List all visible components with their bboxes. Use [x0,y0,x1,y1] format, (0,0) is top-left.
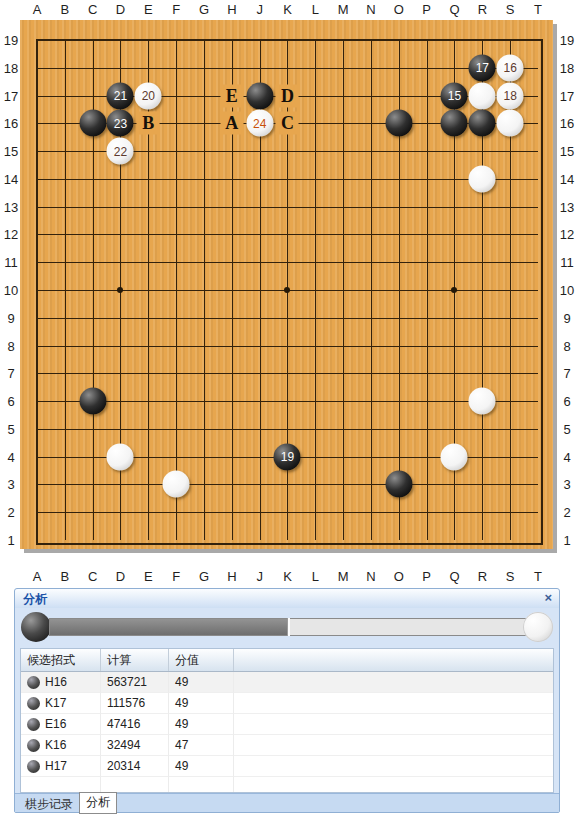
blank-cell [234,756,553,777]
header-score[interactable]: 分值 [169,649,234,671]
column-label-top-B: B [60,2,69,17]
row-label-right-18: 18 [560,60,574,75]
stone-D17: 21 [107,82,134,109]
grid-line-vertical [427,40,428,540]
row-label-left-5: 5 [7,421,14,436]
calculation-value: 32494 [101,735,169,756]
column-label-bottom-F: F [172,569,180,584]
row-label-right-1: 1 [563,533,570,548]
black-stone-icon [27,676,40,689]
column-label-bottom-H: H [227,569,236,584]
row-label-left-13: 13 [4,199,18,214]
black-stone-icon [27,760,40,773]
row-label-right-19: 19 [560,33,574,48]
evaluation-slider-thumb[interactable] [287,618,290,636]
row-label-left-4: 4 [7,449,14,464]
candidate-move-label: E16 [45,714,66,735]
table-header-row: 候选招式 计算 分值 [21,649,553,672]
row-label-left-6: 6 [7,394,14,409]
column-label-bottom-A: A [33,569,42,584]
header-calculation[interactable]: 计算 [101,649,169,671]
column-label-top-T: T [534,2,542,17]
stone-number-21: 21 [114,90,127,102]
analysis-panel: 分析 × 候选招式 计算 分值 H1656372149K1711157649E1… [14,588,560,813]
candidate-row-H17[interactable]: H172031449 [21,756,553,777]
black-stone-icon [27,718,40,731]
stone-C16 [79,110,106,137]
column-label-top-N: N [366,2,375,17]
black-stone-icon [27,739,40,752]
stone-R6 [469,388,496,415]
row-label-left-14: 14 [4,171,18,186]
row-label-left-16: 16 [4,116,18,131]
candidate-move-cell: H17 [21,756,101,777]
column-label-bottom-B: B [60,569,69,584]
stone-R16 [469,110,496,137]
black-stone-icon [21,612,51,642]
evaluation-slider-row [15,608,559,648]
score-value: 49 [169,693,234,714]
stone-number-18: 18 [503,90,516,102]
row-label-left-15: 15 [4,144,18,159]
stone-R18: 17 [469,54,496,81]
candidate-move-label: K17 [45,693,66,714]
score-value: 49 [169,756,234,777]
row-label-left-10: 10 [4,283,18,298]
candidate-move-label: K16 [45,735,66,756]
stone-Q16 [441,110,468,137]
go-board[interactable]: 21202322241517161819 ABCDE [20,20,553,549]
calculation-value: 47416 [101,714,169,735]
stone-J16: 24 [246,110,273,137]
column-label-bottom-T: T [534,569,542,584]
empty-row [21,777,553,793]
stone-number-22: 22 [114,145,127,157]
blank-cell [234,735,553,756]
candidate-moves-table: 候选招式 计算 分值 H1656372149K1711157649E164741… [20,648,554,793]
stone-Q17: 15 [441,82,468,109]
row-label-left-18: 18 [4,60,18,75]
column-label-bottom-P: P [422,569,431,584]
column-label-bottom-J: J [256,569,263,584]
stone-S18: 16 [497,54,524,81]
analysis-panel-titlebar[interactable]: 分析 × [15,589,559,608]
stone-Q4 [441,443,468,470]
column-label-bottom-G: G [199,569,209,584]
column-label-bottom-E: E [144,569,153,584]
column-label-top-H: H [227,2,236,17]
column-label-top-R: R [478,2,487,17]
candidate-row-H16[interactable]: H1656372149 [21,672,553,693]
stone-S16 [497,110,524,137]
score-value: 49 [169,714,234,735]
white-stone-icon [523,612,553,642]
column-label-bottom-C: C [88,569,97,584]
row-label-right-2: 2 [563,505,570,520]
blank-cell [21,777,101,793]
stone-O3 [385,471,412,498]
stone-D15: 22 [107,138,134,165]
score-value: 49 [169,672,234,693]
column-label-bottom-L: L [312,569,319,584]
blank-cell [234,777,553,793]
stone-R14 [469,165,496,192]
column-label-bottom-R: R [478,569,487,584]
column-label-top-S: S [506,2,515,17]
grid-line-horizontal [37,429,538,430]
column-label-top-A: A [33,2,42,17]
stone-number-16: 16 [503,62,516,74]
column-label-top-L: L [312,2,319,17]
blank-cell [234,672,553,693]
column-label-top-Q: Q [449,2,459,17]
stone-E17: 20 [135,82,162,109]
row-label-left-9: 9 [7,310,14,325]
go-analysis-app: 21202322241517161819 ABCDE AABBCCDDEEFFG… [0,0,584,827]
stone-number-23: 23 [114,117,127,129]
black-stone-icon [27,697,40,710]
column-label-top-E: E [144,2,153,17]
analysis-panel-title: 分析 [23,591,47,608]
letter-mark-C[interactable]: C [276,112,299,135]
panel-tab-bar: 棋步记录 分析 [15,793,559,812]
tab-analysis[interactable]: 分析 [79,792,117,814]
column-label-top-D: D [116,2,125,17]
stone-number-19: 19 [281,451,294,463]
row-label-right-7: 7 [563,366,570,381]
blank-cell [234,693,553,714]
stone-D4 [107,443,134,470]
stone-S17: 18 [497,82,524,109]
column-label-top-K: K [283,2,292,17]
candidate-row-K16[interactable]: K163249447 [21,735,553,756]
row-label-right-17: 17 [560,88,574,103]
stone-J17 [246,82,273,109]
column-label-bottom-K: K [283,569,292,584]
column-label-top-M: M [338,2,349,17]
stone-O16 [385,110,412,137]
row-label-right-8: 8 [563,338,570,353]
grid-line-horizontal [37,346,538,347]
candidate-row-K17[interactable]: K1711157649 [21,693,553,714]
row-label-right-14: 14 [560,171,574,186]
letter-mark-D[interactable]: D [276,84,299,107]
candidate-move-label: H17 [45,756,67,777]
blank-cell [234,714,553,735]
row-label-right-9: 9 [563,310,570,325]
column-label-top-P: P [422,2,431,17]
row-label-right-13: 13 [560,199,574,214]
calculation-value: 563721 [101,672,169,693]
row-label-left-19: 19 [4,33,18,48]
stone-R17 [469,82,496,109]
stone-K4: 19 [274,443,301,470]
letter-mark-B[interactable]: B [137,112,160,135]
calculation-value: 111576 [101,693,169,714]
blank-cell [169,777,234,793]
stone-number-15: 15 [448,90,461,102]
letter-mark-E[interactable]: E [220,84,243,107]
grid-line-horizontal [37,401,538,402]
calculation-value: 20314 [101,756,169,777]
grid-line-horizontal [37,318,538,319]
row-label-right-6: 6 [563,394,570,409]
row-label-left-17: 17 [4,88,18,103]
row-label-left-7: 7 [7,366,14,381]
evaluation-slider[interactable] [49,618,527,636]
column-label-top-J: J [256,2,263,17]
blank-cell [101,777,169,793]
stone-number-24: 24 [253,117,266,129]
candidate-move-cell: H16 [21,672,101,693]
row-label-right-15: 15 [560,144,574,159]
column-label-top-F: F [172,2,180,17]
row-label-right-12: 12 [560,227,574,242]
row-label-right-11: 11 [560,255,574,270]
row-label-right-4: 4 [563,449,570,464]
row-label-right-3: 3 [563,477,570,492]
letter-mark-A[interactable]: A [220,112,243,135]
row-label-left-3: 3 [7,477,14,492]
grid-line-vertical [371,40,372,540]
evaluation-slider-fill [50,619,288,635]
column-label-top-C: C [88,2,97,17]
close-icon[interactable]: × [544,590,552,606]
row-label-right-5: 5 [563,421,570,436]
row-label-right-16: 16 [560,116,574,131]
grid-line-horizontal [37,373,538,374]
grid-line-vertical [343,40,344,540]
column-label-top-O: O [394,2,404,17]
stone-F3 [163,471,190,498]
candidate-move-cell: K16 [21,735,101,756]
row-label-left-12: 12 [4,227,18,242]
table-body: H1656372149K1711157649E164741649K1632494… [21,672,553,793]
row-label-right-10: 10 [560,283,574,298]
row-label-left-1: 1 [7,533,14,548]
column-label-bottom-N: N [366,569,375,584]
grid-line-horizontal [37,512,538,513]
candidate-row-E16[interactable]: E164741649 [21,714,553,735]
row-label-left-11: 11 [4,255,18,270]
row-label-left-8: 8 [7,338,14,353]
stone-C6 [79,388,106,415]
row-label-left-2: 2 [7,505,14,520]
candidate-move-cell: E16 [21,714,101,735]
grid-line-horizontal [37,484,538,485]
grid-line-vertical [315,40,316,540]
stone-number-17: 17 [476,62,489,74]
column-label-top-G: G [199,2,209,17]
stone-number-20: 20 [142,90,155,102]
column-label-bottom-S: S [506,569,515,584]
stone-D16: 23 [107,110,134,137]
candidate-move-cell: K17 [21,693,101,714]
score-value: 47 [169,735,234,756]
tab-move-record[interactable]: 棋步记录 [25,796,73,813]
header-candidate-move[interactable]: 候选招式 [21,649,101,671]
header-blank [234,649,553,671]
candidate-move-label: H16 [45,672,67,693]
column-label-bottom-M: M [338,569,349,584]
column-label-bottom-D: D [116,569,125,584]
column-label-bottom-Q: Q [449,569,459,584]
column-label-bottom-O: O [394,569,404,584]
